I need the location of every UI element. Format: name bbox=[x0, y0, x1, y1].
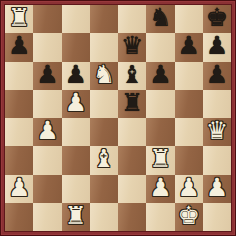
square-h7[interactable]: ♟ bbox=[203, 33, 231, 61]
square-b1[interactable] bbox=[33, 203, 61, 231]
square-f8[interactable]: ♞ bbox=[146, 5, 174, 33]
piece-wK-g1[interactable]: ♚ bbox=[177, 203, 199, 230]
piece-bP-b6[interactable]: ♟ bbox=[36, 62, 58, 89]
piece-bR-e5[interactable]: ♜ bbox=[121, 90, 143, 117]
square-b5[interactable] bbox=[33, 90, 61, 118]
square-e2[interactable] bbox=[118, 175, 146, 203]
piece-bN-f8[interactable]: ♞ bbox=[149, 5, 171, 32]
piece-wP-h2[interactable]: ♟ bbox=[206, 175, 228, 202]
piece-bP-a7[interactable]: ♟ bbox=[8, 33, 30, 60]
square-h2[interactable]: ♟ bbox=[203, 175, 231, 203]
square-g5[interactable] bbox=[175, 90, 203, 118]
square-e8[interactable] bbox=[118, 5, 146, 33]
square-g1[interactable]: ♚ bbox=[175, 203, 203, 231]
square-c8[interactable] bbox=[62, 5, 90, 33]
piece-wR-c1[interactable]: ♜ bbox=[64, 203, 86, 230]
square-d2[interactable] bbox=[90, 175, 118, 203]
piece-wP-c5[interactable]: ♟ bbox=[64, 90, 86, 117]
square-c5[interactable]: ♟ bbox=[62, 90, 90, 118]
square-f4[interactable] bbox=[146, 118, 174, 146]
square-b3[interactable] bbox=[33, 146, 61, 174]
square-a3[interactable] bbox=[5, 146, 33, 174]
square-a7[interactable]: ♟ bbox=[5, 33, 33, 61]
board-frame: ♜♞♚♟♛♟♟♟♟♞♝♟♟♟♜♟♛♝♜♟♟♟♟♜♚ bbox=[0, 0, 236, 236]
square-h8[interactable]: ♚ bbox=[203, 5, 231, 33]
square-a2[interactable]: ♟ bbox=[5, 175, 33, 203]
piece-bP-f6[interactable]: ♟ bbox=[149, 62, 171, 89]
square-g6[interactable] bbox=[175, 62, 203, 90]
piece-wR-f3[interactable]: ♜ bbox=[149, 146, 171, 173]
piece-bQ-e7[interactable]: ♛ bbox=[121, 33, 143, 60]
square-b8[interactable] bbox=[33, 5, 61, 33]
piece-bP-h6[interactable]: ♟ bbox=[206, 62, 228, 89]
square-c2[interactable] bbox=[62, 175, 90, 203]
square-f3[interactable]: ♜ bbox=[146, 146, 174, 174]
square-a8[interactable]: ♜ bbox=[5, 5, 33, 33]
piece-bP-c6[interactable]: ♟ bbox=[64, 62, 86, 89]
square-h4[interactable]: ♛ bbox=[203, 118, 231, 146]
square-h1[interactable] bbox=[203, 203, 231, 231]
square-b4[interactable]: ♟ bbox=[33, 118, 61, 146]
piece-wR-a8[interactable]: ♜ bbox=[8, 5, 30, 32]
piece-wQ-h4[interactable]: ♛ bbox=[206, 118, 228, 145]
square-b6[interactable]: ♟ bbox=[33, 62, 61, 90]
square-d6[interactable]: ♞ bbox=[90, 62, 118, 90]
square-f6[interactable]: ♟ bbox=[146, 62, 174, 90]
square-d3[interactable]: ♝ bbox=[90, 146, 118, 174]
square-c4[interactable] bbox=[62, 118, 90, 146]
square-a4[interactable] bbox=[5, 118, 33, 146]
square-h5[interactable] bbox=[203, 90, 231, 118]
square-d5[interactable] bbox=[90, 90, 118, 118]
square-f7[interactable] bbox=[146, 33, 174, 61]
square-g7[interactable]: ♟ bbox=[175, 33, 203, 61]
piece-wP-g2[interactable]: ♟ bbox=[177, 175, 199, 202]
piece-bB-e6[interactable]: ♝ bbox=[121, 62, 143, 89]
piece-wP-b4[interactable]: ♟ bbox=[36, 118, 58, 145]
square-f5[interactable] bbox=[146, 90, 174, 118]
square-e3[interactable] bbox=[118, 146, 146, 174]
piece-wN-d6[interactable]: ♞ bbox=[93, 62, 115, 89]
piece-wP-a2[interactable]: ♟ bbox=[8, 175, 30, 202]
piece-bK-h8[interactable]: ♚ bbox=[206, 5, 228, 32]
square-g2[interactable]: ♟ bbox=[175, 175, 203, 203]
square-h3[interactable] bbox=[203, 146, 231, 174]
square-g3[interactable] bbox=[175, 146, 203, 174]
piece-wB-d3[interactable]: ♝ bbox=[93, 146, 115, 173]
square-e5[interactable]: ♜ bbox=[118, 90, 146, 118]
square-b2[interactable] bbox=[33, 175, 61, 203]
square-c1[interactable]: ♜ bbox=[62, 203, 90, 231]
square-e1[interactable] bbox=[118, 203, 146, 231]
piece-wP-f2[interactable]: ♟ bbox=[149, 175, 171, 202]
square-f1[interactable] bbox=[146, 203, 174, 231]
square-e7[interactable]: ♛ bbox=[118, 33, 146, 61]
square-h6[interactable]: ♟ bbox=[203, 62, 231, 90]
square-f2[interactable]: ♟ bbox=[146, 175, 174, 203]
square-g8[interactable] bbox=[175, 5, 203, 33]
square-e4[interactable] bbox=[118, 118, 146, 146]
square-e6[interactable]: ♝ bbox=[118, 62, 146, 90]
square-a6[interactable] bbox=[5, 62, 33, 90]
square-c6[interactable]: ♟ bbox=[62, 62, 90, 90]
square-d7[interactable] bbox=[90, 33, 118, 61]
piece-bP-g7[interactable]: ♟ bbox=[177, 33, 199, 60]
chess-board: ♜♞♚♟♛♟♟♟♟♞♝♟♟♟♜♟♛♝♜♟♟♟♟♜♚ bbox=[5, 5, 231, 231]
square-c7[interactable] bbox=[62, 33, 90, 61]
piece-bP-h7[interactable]: ♟ bbox=[206, 33, 228, 60]
square-d4[interactable] bbox=[90, 118, 118, 146]
square-a5[interactable] bbox=[5, 90, 33, 118]
square-d8[interactable] bbox=[90, 5, 118, 33]
square-d1[interactable] bbox=[90, 203, 118, 231]
square-b7[interactable] bbox=[33, 33, 61, 61]
square-c3[interactable] bbox=[62, 146, 90, 174]
square-a1[interactable] bbox=[5, 203, 33, 231]
square-g4[interactable] bbox=[175, 118, 203, 146]
